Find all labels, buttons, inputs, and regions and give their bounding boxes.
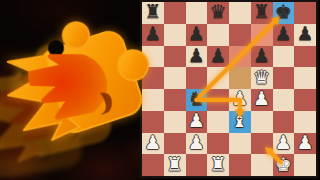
- square-g4[interactable]: [273, 89, 295, 111]
- white-queen-f5: ♛: [253, 68, 270, 87]
- square-f7[interactable]: [251, 24, 273, 46]
- square-c8[interactable]: [186, 2, 208, 24]
- square-g2[interactable]: ♟: [273, 133, 295, 155]
- square-g1[interactable]: ♚: [273, 154, 295, 176]
- white-pawn-c2: ♟: [188, 133, 205, 152]
- white-king-g1: ♚: [275, 155, 292, 174]
- square-f2[interactable]: [251, 133, 273, 155]
- white-rook-d1: ♜: [210, 155, 227, 174]
- square-d5[interactable]: [207, 67, 229, 89]
- square-f3[interactable]: [251, 111, 273, 133]
- square-e1[interactable]: [229, 154, 251, 176]
- white-pawn-g2: ♟: [275, 133, 292, 152]
- square-c2[interactable]: ♟: [186, 133, 208, 155]
- square-h6[interactable]: [294, 46, 316, 68]
- white-pawn-c3: ♟: [188, 111, 205, 130]
- square-g8[interactable]: ♚: [273, 2, 295, 24]
- square-d3[interactable]: [207, 111, 229, 133]
- white-pawn-e4: ♟: [231, 89, 248, 108]
- white-bishop-e3: ♝: [231, 111, 248, 130]
- square-d7[interactable]: [207, 24, 229, 46]
- square-d6[interactable]: ♟: [207, 46, 229, 68]
- square-e5[interactable]: [229, 67, 251, 89]
- black-pawn-h7: ♟: [297, 24, 314, 43]
- black-knight-c4: ♞: [188, 89, 205, 108]
- square-h7[interactable]: ♟: [294, 24, 316, 46]
- square-g6[interactable]: [273, 46, 295, 68]
- square-c6[interactable]: ♟: [186, 46, 208, 68]
- square-d8[interactable]: ♛: [207, 2, 229, 24]
- square-c1[interactable]: [186, 154, 208, 176]
- square-e7[interactable]: [229, 24, 251, 46]
- white-pawn-h2: ♟: [297, 133, 314, 152]
- square-e4[interactable]: ♟: [229, 89, 251, 111]
- square-f1[interactable]: [251, 154, 273, 176]
- black-pawn-f6: ♟: [253, 46, 270, 65]
- square-g5[interactable]: [273, 67, 295, 89]
- square-e6[interactable]: [229, 46, 251, 68]
- black-king-g8: ♚: [275, 2, 292, 21]
- square-c4[interactable]: ♞: [186, 89, 208, 111]
- square-e8[interactable]: [229, 2, 251, 24]
- black-pawn-c6: ♟: [188, 46, 205, 65]
- square-h2[interactable]: ♟: [294, 133, 316, 155]
- thumbnail-background: ♜♛♜♚♟♟♟♟♟♟♟♛♞♟♟♟♝♟♟♟♟♜♜♚: [0, 0, 320, 180]
- square-f4[interactable]: ♟: [251, 89, 273, 111]
- black-queen-d8: ♛: [210, 2, 227, 21]
- black-pawn-d6: ♟: [210, 46, 227, 65]
- square-h8[interactable]: [294, 2, 316, 24]
- square-g7[interactable]: ♟: [273, 24, 295, 46]
- square-h5[interactable]: [294, 67, 316, 89]
- square-h1[interactable]: [294, 154, 316, 176]
- square-h4[interactable]: [294, 89, 316, 111]
- square-f6[interactable]: ♟: [251, 46, 273, 68]
- square-d2[interactable]: [207, 133, 229, 155]
- square-f8[interactable]: ♜: [251, 2, 273, 24]
- black-pawn-c7: ♟: [188, 24, 205, 43]
- square-e2[interactable]: [229, 133, 251, 155]
- square-c3[interactable]: ♟: [186, 111, 208, 133]
- square-h3[interactable]: [294, 111, 316, 133]
- flaming-puzzle-logo: [0, 0, 176, 180]
- square-g3[interactable]: [273, 111, 295, 133]
- square-d1[interactable]: ♜: [207, 154, 229, 176]
- square-c7[interactable]: ♟: [186, 24, 208, 46]
- square-e3[interactable]: ♝: [229, 111, 251, 133]
- black-pawn-g7: ♟: [275, 24, 292, 43]
- black-rook-f8: ♜: [253, 2, 270, 21]
- white-pawn-f4: ♟: [253, 89, 270, 108]
- square-f5[interactable]: ♛: [251, 67, 273, 89]
- square-d4[interactable]: [207, 89, 229, 111]
- square-c5[interactable]: [186, 67, 208, 89]
